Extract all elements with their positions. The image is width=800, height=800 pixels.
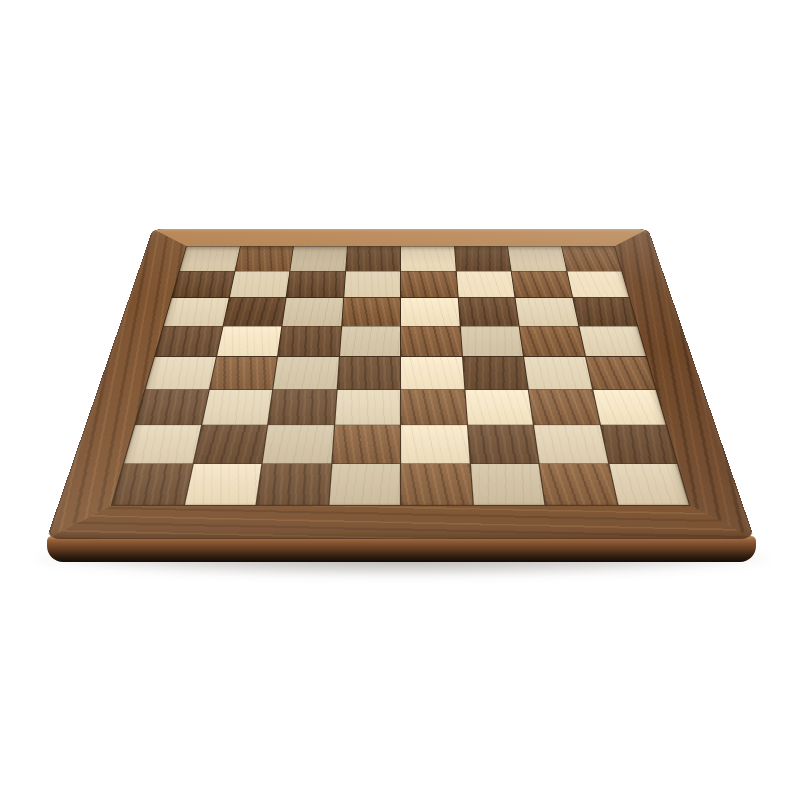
- square-d4: [337, 357, 400, 389]
- square-c8: [290, 246, 346, 270]
- square-h2: [600, 425, 676, 463]
- square-d5: [340, 326, 400, 356]
- square-h6: [573, 298, 637, 326]
- square-d1: [329, 464, 400, 505]
- square-b7: [229, 271, 289, 297]
- square-c6: [282, 298, 342, 326]
- square-b3: [202, 390, 272, 425]
- square-h7: [567, 271, 629, 297]
- square-e4: [401, 357, 464, 389]
- square-d3: [335, 390, 400, 425]
- square-c4: [273, 357, 338, 389]
- square-a6: [164, 298, 228, 326]
- square-e5: [401, 326, 461, 356]
- square-h1: [609, 464, 689, 505]
- square-g7: [512, 271, 572, 297]
- square-a7: [172, 271, 234, 297]
- square-g2: [534, 425, 608, 463]
- board-side-edge: [47, 536, 756, 562]
- square-c3: [268, 390, 336, 425]
- square-f5: [460, 326, 523, 356]
- square-b2: [193, 425, 267, 463]
- square-g6: [515, 298, 577, 326]
- product-photo-scene: [0, 0, 800, 800]
- square-e3: [401, 390, 466, 425]
- square-e1: [401, 464, 472, 505]
- square-e6: [401, 298, 459, 326]
- square-f1: [470, 464, 544, 505]
- square-g1: [540, 464, 617, 505]
- square-d2: [332, 425, 400, 463]
- square-e2: [401, 425, 469, 463]
- square-f3: [465, 390, 533, 425]
- square-c7: [287, 271, 345, 297]
- square-d8: [346, 246, 400, 270]
- square-b6: [223, 298, 285, 326]
- square-f6: [458, 298, 518, 326]
- square-f7: [456, 271, 514, 297]
- square-b8: [235, 246, 293, 270]
- square-c2: [263, 425, 334, 463]
- board-grid: [111, 246, 691, 506]
- square-g3: [529, 390, 599, 425]
- square-f2: [468, 425, 539, 463]
- square-h8: [562, 246, 622, 270]
- square-f8: [454, 246, 510, 270]
- square-a2: [124, 425, 200, 463]
- chess-board: [46, 229, 754, 539]
- square-a5: [155, 326, 222, 356]
- square-a4: [146, 357, 216, 389]
- square-e8: [401, 246, 455, 270]
- square-f4: [463, 357, 528, 389]
- square-b1: [184, 464, 261, 505]
- square-d6: [342, 298, 400, 326]
- square-h3: [593, 390, 666, 425]
- square-b4: [209, 357, 277, 389]
- square-e7: [401, 271, 457, 297]
- square-g8: [508, 246, 566, 270]
- square-g4: [524, 357, 592, 389]
- square-b5: [217, 326, 282, 356]
- square-a8: [180, 246, 240, 270]
- square-h4: [586, 357, 656, 389]
- square-a1: [112, 464, 192, 505]
- square-c5: [278, 326, 341, 356]
- square-h5: [579, 326, 646, 356]
- square-d7: [344, 271, 400, 297]
- square-c1: [257, 464, 331, 505]
- square-g5: [520, 326, 585, 356]
- square-a3: [135, 390, 208, 425]
